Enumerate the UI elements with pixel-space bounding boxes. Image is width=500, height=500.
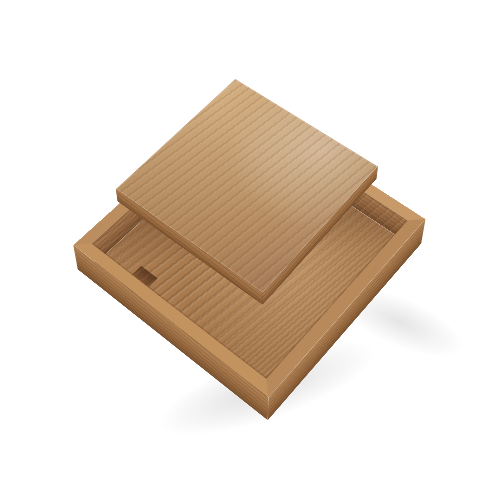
product-photo-scene [0, 0, 500, 500]
stage [0, 0, 500, 500]
